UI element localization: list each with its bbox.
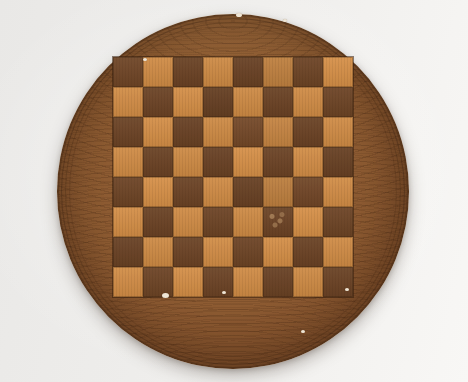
square-b1[interactable]: [143, 267, 173, 297]
square-a3[interactable]: [113, 207, 143, 237]
square-d8[interactable]: [203, 57, 233, 87]
square-f6[interactable]: [263, 117, 293, 147]
square-e5[interactable]: [233, 147, 263, 177]
square-h7[interactable]: [323, 87, 353, 117]
chip-mark: [283, 19, 287, 22]
square-a5[interactable]: [113, 147, 143, 177]
square-c5[interactable]: [173, 147, 203, 177]
square-d4[interactable]: [203, 177, 233, 207]
square-g7[interactable]: [293, 87, 323, 117]
square-c4[interactable]: [173, 177, 203, 207]
chip-mark: [162, 293, 169, 298]
square-c3[interactable]: [173, 207, 203, 237]
square-h1[interactable]: [323, 267, 353, 297]
chip-mark: [236, 13, 242, 17]
square-b4[interactable]: [143, 177, 173, 207]
square-g1[interactable]: [293, 267, 323, 297]
square-d7[interactable]: [203, 87, 233, 117]
round-wooden-gameboard: [57, 14, 409, 369]
square-c7[interactable]: [173, 87, 203, 117]
square-c2[interactable]: [173, 237, 203, 267]
chip-mark: [345, 288, 349, 291]
square-a1[interactable]: [113, 267, 143, 297]
square-f5[interactable]: [263, 147, 293, 177]
square-c8[interactable]: [173, 57, 203, 87]
square-e7[interactable]: [233, 87, 263, 117]
square-d6[interactable]: [203, 117, 233, 147]
square-b5[interactable]: [143, 147, 173, 177]
square-f1[interactable]: [263, 267, 293, 297]
square-d1[interactable]: [203, 267, 233, 297]
square-b6[interactable]: [143, 117, 173, 147]
square-a4[interactable]: [113, 177, 143, 207]
square-b2[interactable]: [143, 237, 173, 267]
square-g4[interactable]: [293, 177, 323, 207]
square-d5[interactable]: [203, 147, 233, 177]
square-h8[interactable]: [323, 57, 353, 87]
square-f2[interactable]: [263, 237, 293, 267]
chip-mark: [143, 58, 147, 61]
square-g8[interactable]: [293, 57, 323, 87]
square-e2[interactable]: [233, 237, 263, 267]
square-f4[interactable]: [263, 177, 293, 207]
square-h3[interactable]: [323, 207, 353, 237]
square-g5[interactable]: [293, 147, 323, 177]
square-a8[interactable]: [113, 57, 143, 87]
square-e3[interactable]: [233, 207, 263, 237]
scuff-mark: [266, 211, 286, 229]
square-h5[interactable]: [323, 147, 353, 177]
square-g3[interactable]: [293, 207, 323, 237]
square-a7[interactable]: [113, 87, 143, 117]
square-b3[interactable]: [143, 207, 173, 237]
square-a2[interactable]: [113, 237, 143, 267]
square-b8[interactable]: [143, 57, 173, 87]
chip-mark: [222, 291, 226, 294]
photo-scene: [0, 0, 468, 382]
square-d3[interactable]: [203, 207, 233, 237]
square-g6[interactable]: [293, 117, 323, 147]
square-f8[interactable]: [263, 57, 293, 87]
square-c1[interactable]: [173, 267, 203, 297]
square-g2[interactable]: [293, 237, 323, 267]
chip-mark: [301, 330, 305, 333]
square-d2[interactable]: [203, 237, 233, 267]
square-h6[interactable]: [323, 117, 353, 147]
square-e6[interactable]: [233, 117, 263, 147]
checkerboard-grid: [113, 57, 353, 297]
square-e8[interactable]: [233, 57, 263, 87]
square-e1[interactable]: [233, 267, 263, 297]
square-h4[interactable]: [323, 177, 353, 207]
square-c6[interactable]: [173, 117, 203, 147]
square-a6[interactable]: [113, 117, 143, 147]
square-e4[interactable]: [233, 177, 263, 207]
square-h2[interactable]: [323, 237, 353, 267]
square-f7[interactable]: [263, 87, 293, 117]
square-b7[interactable]: [143, 87, 173, 117]
